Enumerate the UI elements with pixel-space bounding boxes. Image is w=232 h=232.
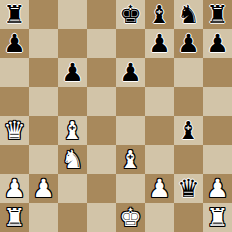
square-d4[interactable] [87, 116, 116, 145]
white-pawn-piece: ♟ [32, 174, 54, 203]
square-g2[interactable]: ♛ [174, 174, 203, 203]
square-f5[interactable] [145, 87, 174, 116]
square-c8[interactable] [58, 0, 87, 29]
square-b5[interactable] [29, 87, 58, 116]
square-c3[interactable]: ♞ [58, 145, 87, 174]
black-bishop-piece: ♝ [177, 116, 199, 145]
square-h7[interactable]: ♟ [203, 29, 232, 58]
square-c4[interactable]: ♝ [58, 116, 87, 145]
square-e8[interactable]: ♚ [116, 0, 145, 29]
square-b7[interactable] [29, 29, 58, 58]
square-b3[interactable] [29, 145, 58, 174]
square-a8[interactable]: ♜ [0, 0, 29, 29]
square-e2[interactable] [116, 174, 145, 203]
square-b4[interactable] [29, 116, 58, 145]
square-e5[interactable] [116, 87, 145, 116]
white-knight-piece: ♞ [61, 145, 83, 174]
square-d2[interactable] [87, 174, 116, 203]
square-h6[interactable] [203, 58, 232, 87]
square-a2[interactable]: ♟ [0, 174, 29, 203]
square-a1[interactable]: ♜ [0, 203, 29, 232]
square-g4[interactable]: ♝ [174, 116, 203, 145]
square-h5[interactable] [203, 87, 232, 116]
square-c6[interactable]: ♟ [58, 58, 87, 87]
square-b6[interactable] [29, 58, 58, 87]
square-d7[interactable] [87, 29, 116, 58]
black-pawn-piece: ♟ [3, 29, 25, 58]
white-rook-piece: ♜ [3, 203, 25, 232]
square-a5[interactable] [0, 87, 29, 116]
white-pawn-piece: ♟ [206, 174, 228, 203]
white-king-piece: ♚ [119, 203, 141, 232]
square-c2[interactable] [58, 174, 87, 203]
square-g6[interactable] [174, 58, 203, 87]
square-d3[interactable] [87, 145, 116, 174]
square-d6[interactable] [87, 58, 116, 87]
square-h1[interactable]: ♜ [203, 203, 232, 232]
square-f7[interactable]: ♟ [145, 29, 174, 58]
white-bishop-piece: ♝ [61, 116, 83, 145]
square-d8[interactable] [87, 0, 116, 29]
square-a6[interactable] [0, 58, 29, 87]
square-f4[interactable] [145, 116, 174, 145]
square-d1[interactable] [87, 203, 116, 232]
square-f2[interactable]: ♟ [145, 174, 174, 203]
square-c1[interactable] [58, 203, 87, 232]
black-queen-piece: ♛ [177, 174, 199, 203]
square-e6[interactable]: ♟ [116, 58, 145, 87]
square-a3[interactable] [0, 145, 29, 174]
square-h8[interactable]: ♜ [203, 0, 232, 29]
square-b1[interactable] [29, 203, 58, 232]
black-rook-piece: ♜ [3, 0, 25, 29]
black-pawn-piece: ♟ [148, 29, 170, 58]
square-d5[interactable] [87, 87, 116, 116]
square-g8[interactable]: ♞ [174, 0, 203, 29]
square-h3[interactable] [203, 145, 232, 174]
black-pawn-piece: ♟ [206, 29, 228, 58]
square-g7[interactable]: ♟ [174, 29, 203, 58]
white-queen-piece: ♛ [3, 116, 25, 145]
square-g5[interactable] [174, 87, 203, 116]
black-king-piece: ♚ [119, 0, 141, 29]
square-c5[interactable] [58, 87, 87, 116]
chess-board: ♜♚♝♞♜♟♟♟♟♟♟♛♝♝♞♝♟♟♟♛♟♜♚♜ [0, 0, 232, 232]
square-e1[interactable]: ♚ [116, 203, 145, 232]
square-b8[interactable] [29, 0, 58, 29]
square-h4[interactable] [203, 116, 232, 145]
black-knight-piece: ♞ [177, 0, 199, 29]
white-pawn-piece: ♟ [3, 174, 25, 203]
square-e3[interactable]: ♝ [116, 145, 145, 174]
black-pawn-piece: ♟ [177, 29, 199, 58]
square-h2[interactable]: ♟ [203, 174, 232, 203]
black-pawn-piece: ♟ [61, 58, 83, 87]
square-g1[interactable] [174, 203, 203, 232]
square-e4[interactable] [116, 116, 145, 145]
square-c7[interactable] [58, 29, 87, 58]
square-e7[interactable] [116, 29, 145, 58]
black-bishop-piece: ♝ [148, 0, 170, 29]
square-a4[interactable]: ♛ [0, 116, 29, 145]
square-b2[interactable]: ♟ [29, 174, 58, 203]
square-f1[interactable] [145, 203, 174, 232]
square-g3[interactable] [174, 145, 203, 174]
black-rook-piece: ♜ [206, 0, 228, 29]
square-f6[interactable] [145, 58, 174, 87]
white-pawn-piece: ♟ [148, 174, 170, 203]
black-pawn-piece: ♟ [119, 58, 141, 87]
square-f3[interactable] [145, 145, 174, 174]
square-f8[interactable]: ♝ [145, 0, 174, 29]
white-rook-piece: ♜ [206, 203, 228, 232]
white-bishop-piece: ♝ [119, 145, 141, 174]
square-a7[interactable]: ♟ [0, 29, 29, 58]
